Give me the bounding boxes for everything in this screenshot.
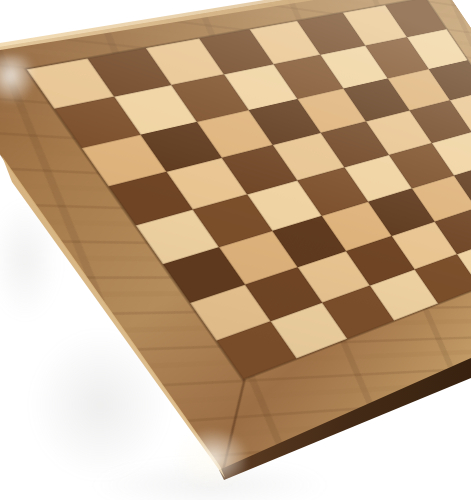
chessboard bbox=[0, 0, 471, 470]
frame-glare bbox=[0, 55, 38, 107]
chessboard-photo-stage bbox=[0, 0, 471, 500]
corner-glare bbox=[170, 425, 246, 487]
chessboard-squares bbox=[27, 0, 471, 379]
